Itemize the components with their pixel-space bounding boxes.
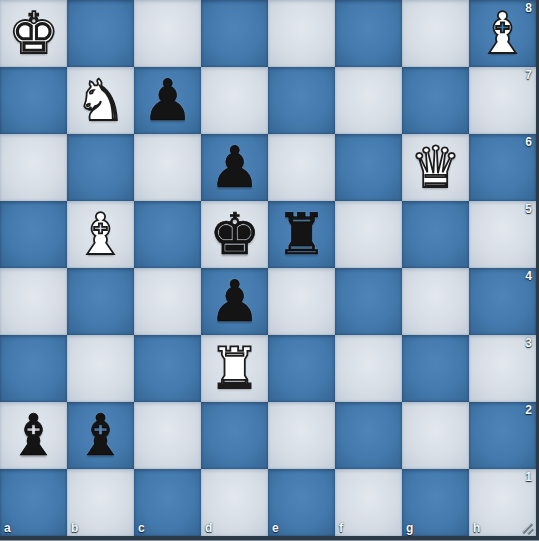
chess-app-window: ♚8♝♞♟7♟♛6♝♚♜5♟4♜3♝♝2abcdefgh1 [0,0,539,541]
square-e6[interactable] [268,134,335,201]
square-g8[interactable] [402,0,469,67]
square-f7[interactable] [335,67,402,134]
square-c6[interactable] [134,134,201,201]
square-h3[interactable]: 3 [469,335,536,402]
piece-black-pawn[interactable]: ♟ [134,67,201,134]
square-c3[interactable] [134,335,201,402]
piece-black-bishop[interactable]: ♝ [67,402,134,469]
square-g5[interactable] [402,201,469,268]
square-g1[interactable]: g [402,469,469,536]
file-label-g: g [406,521,413,535]
square-c8[interactable] [134,0,201,67]
file-label-c: c [138,521,145,535]
piece-white-queen[interactable]: ♛ [402,134,469,201]
piece-black-bishop[interactable]: ♝ [0,402,67,469]
square-f5[interactable] [335,201,402,268]
square-f6[interactable] [335,134,402,201]
square-d2[interactable] [201,402,268,469]
square-b3[interactable] [67,335,134,402]
square-h4[interactable]: 4 [469,268,536,335]
square-g4[interactable] [402,268,469,335]
square-f2[interactable] [335,402,402,469]
rank-label-7: 7 [525,68,532,82]
square-b7[interactable]: ♞ [67,67,134,134]
square-c7[interactable]: ♟ [134,67,201,134]
square-f8[interactable] [335,0,402,67]
rank-label-3: 3 [525,336,532,350]
square-f1[interactable]: f [335,469,402,536]
square-f3[interactable] [335,335,402,402]
square-a5[interactable] [0,201,67,268]
square-a8[interactable]: ♚ [0,0,67,67]
square-b5[interactable]: ♝ [67,201,134,268]
square-d3[interactable]: ♜ [201,335,268,402]
square-a7[interactable] [0,67,67,134]
square-h8[interactable]: 8♝ [469,0,536,67]
rank-label-2: 2 [525,403,532,417]
square-b8[interactable] [67,0,134,67]
rank-label-5: 5 [525,202,532,216]
square-e8[interactable] [268,0,335,67]
square-a4[interactable] [0,268,67,335]
square-d1[interactable]: d [201,469,268,536]
rank-label-4: 4 [525,269,532,283]
square-h5[interactable]: 5 [469,201,536,268]
square-e7[interactable] [268,67,335,134]
square-g6[interactable]: ♛ [402,134,469,201]
piece-black-pawn[interactable]: ♟ [201,268,268,335]
file-label-f: f [339,521,343,535]
square-b4[interactable] [67,268,134,335]
square-c1[interactable]: c [134,469,201,536]
square-f4[interactable] [335,268,402,335]
square-h2[interactable]: 2 [469,402,536,469]
square-d5[interactable]: ♚ [201,201,268,268]
file-label-h: h [473,521,480,535]
square-a1[interactable]: a [0,469,67,536]
rank-label-6: 6 [525,135,532,149]
square-d7[interactable] [201,67,268,134]
square-b1[interactable]: b [67,469,134,536]
square-a2[interactable]: ♝ [0,402,67,469]
piece-white-knight[interactable]: ♞ [67,67,134,134]
file-label-b: b [71,521,78,535]
piece-white-king[interactable]: ♚ [0,0,67,67]
square-b6[interactable] [67,134,134,201]
square-g2[interactable] [402,402,469,469]
square-b2[interactable]: ♝ [67,402,134,469]
square-e2[interactable] [268,402,335,469]
square-d8[interactable] [201,0,268,67]
square-g7[interactable] [402,67,469,134]
chess-board: ♚8♝♞♟7♟♛6♝♚♜5♟4♜3♝♝2abcdefgh1 [0,0,536,536]
file-label-d: d [205,521,212,535]
square-c5[interactable] [134,201,201,268]
square-c2[interactable] [134,402,201,469]
resize-handle-icon[interactable] [520,521,536,535]
square-e4[interactable] [268,268,335,335]
piece-black-pawn[interactable]: ♟ [201,134,268,201]
square-d4[interactable]: ♟ [201,268,268,335]
file-label-a: a [4,521,11,535]
square-a6[interactable] [0,134,67,201]
piece-white-bishop[interactable]: ♝ [469,0,536,67]
square-h6[interactable]: 6 [469,134,536,201]
piece-black-rook[interactable]: ♜ [268,201,335,268]
piece-white-bishop[interactable]: ♝ [67,201,134,268]
square-c4[interactable] [134,268,201,335]
square-e1[interactable]: e [268,469,335,536]
piece-black-king[interactable]: ♚ [201,201,268,268]
square-g3[interactable] [402,335,469,402]
square-d6[interactable]: ♟ [201,134,268,201]
rank-label-1: 1 [525,470,532,484]
square-e5[interactable]: ♜ [268,201,335,268]
square-h7[interactable]: 7 [469,67,536,134]
file-label-e: e [272,521,279,535]
square-a3[interactable] [0,335,67,402]
square-e3[interactable] [268,335,335,402]
piece-white-rook[interactable]: ♜ [201,335,268,402]
